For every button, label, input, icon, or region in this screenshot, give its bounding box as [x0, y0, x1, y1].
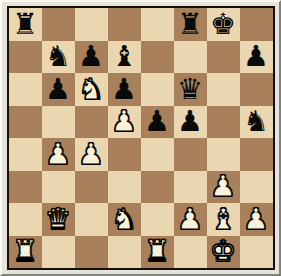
square-h7[interactable]: ♟ — [240, 41, 273, 74]
square-e3[interactable] — [141, 171, 174, 204]
black-pawn-piece: ♟ — [111, 75, 137, 104]
square-a4[interactable] — [9, 138, 42, 171]
square-a1[interactable]: ♜ — [9, 236, 42, 269]
square-h2[interactable]: ♟ — [240, 203, 273, 236]
square-g7[interactable] — [207, 41, 240, 74]
white-queen-piece: ♛ — [45, 205, 71, 234]
white-rook-piece: ♜ — [12, 237, 38, 266]
chess-diagram-frame: ♜♜♚♞♟♝♟♟♞♟♛♟♟♟♞♟♟♟♛♞♟♝♟♜♜♚ — [0, 0, 281, 276]
square-f2[interactable]: ♟ — [174, 203, 207, 236]
white-king-piece: ♚ — [210, 237, 236, 266]
black-rook-piece: ♜ — [12, 10, 38, 39]
square-g8[interactable]: ♚ — [207, 8, 240, 41]
square-f7[interactable] — [174, 41, 207, 74]
black-king-piece: ♚ — [210, 10, 236, 39]
black-pawn-piece: ♟ — [144, 107, 170, 136]
square-d5[interactable]: ♟ — [108, 106, 141, 139]
black-pawn-piece: ♟ — [243, 42, 269, 71]
black-queen-piece: ♛ — [177, 75, 203, 104]
square-h6[interactable] — [240, 73, 273, 106]
board-border: ♜♜♚♞♟♝♟♟♞♟♛♟♟♟♞♟♟♟♛♞♟♝♟♜♜♚ — [7, 6, 275, 270]
white-knight-piece: ♞ — [111, 205, 137, 234]
square-f5[interactable]: ♟ — [174, 106, 207, 139]
square-d7[interactable]: ♝ — [108, 41, 141, 74]
square-b3[interactable] — [42, 171, 75, 204]
square-d6[interactable]: ♟ — [108, 73, 141, 106]
square-f1[interactable] — [174, 236, 207, 269]
square-c4[interactable]: ♟ — [75, 138, 108, 171]
square-g1[interactable]: ♚ — [207, 236, 240, 269]
square-a2[interactable] — [9, 203, 42, 236]
square-c8[interactable] — [75, 8, 108, 41]
square-b2[interactable]: ♛ — [42, 203, 75, 236]
square-c6[interactable]: ♞ — [75, 73, 108, 106]
square-d4[interactable] — [108, 138, 141, 171]
square-d1[interactable] — [108, 236, 141, 269]
square-f8[interactable]: ♜ — [174, 8, 207, 41]
square-a6[interactable] — [9, 73, 42, 106]
square-a3[interactable] — [9, 171, 42, 204]
square-h1[interactable] — [240, 236, 273, 269]
square-b5[interactable] — [42, 106, 75, 139]
white-pawn-piece: ♟ — [177, 205, 203, 234]
square-c1[interactable] — [75, 236, 108, 269]
square-b6[interactable]: ♟ — [42, 73, 75, 106]
black-pawn-piece: ♟ — [177, 107, 203, 136]
black-pawn-piece: ♟ — [45, 75, 71, 104]
square-e4[interactable] — [141, 138, 174, 171]
square-b7[interactable]: ♞ — [42, 41, 75, 74]
square-c5[interactable] — [75, 106, 108, 139]
square-g5[interactable] — [207, 106, 240, 139]
square-a7[interactable] — [9, 41, 42, 74]
square-c7[interactable]: ♟ — [75, 41, 108, 74]
square-g3[interactable]: ♟ — [207, 171, 240, 204]
white-pawn-piece: ♟ — [243, 205, 269, 234]
square-a5[interactable] — [9, 106, 42, 139]
square-e5[interactable]: ♟ — [141, 106, 174, 139]
square-b4[interactable]: ♟ — [42, 138, 75, 171]
white-bishop-piece: ♝ — [210, 205, 236, 234]
white-pawn-piece: ♟ — [111, 107, 137, 136]
square-b8[interactable] — [42, 8, 75, 41]
black-bishop-piece: ♝ — [111, 42, 137, 71]
square-d8[interactable] — [108, 8, 141, 41]
square-g6[interactable] — [207, 73, 240, 106]
white-pawn-piece: ♟ — [78, 140, 104, 169]
square-h8[interactable] — [240, 8, 273, 41]
square-e1[interactable]: ♜ — [141, 236, 174, 269]
chess-board: ♜♜♚♞♟♝♟♟♞♟♛♟♟♟♞♟♟♟♛♞♟♝♟♜♜♚ — [9, 8, 273, 268]
white-pawn-piece: ♟ — [45, 140, 71, 169]
square-h5[interactable]: ♞ — [240, 106, 273, 139]
square-f6[interactable]: ♛ — [174, 73, 207, 106]
black-rook-piece: ♜ — [177, 10, 203, 39]
white-rook-piece: ♜ — [144, 237, 170, 266]
square-e6[interactable] — [141, 73, 174, 106]
square-f4[interactable] — [174, 138, 207, 171]
square-e2[interactable] — [141, 203, 174, 236]
square-d2[interactable]: ♞ — [108, 203, 141, 236]
square-b1[interactable] — [42, 236, 75, 269]
square-g4[interactable] — [207, 138, 240, 171]
black-pawn-piece: ♟ — [78, 42, 104, 71]
square-h3[interactable] — [240, 171, 273, 204]
square-h4[interactable] — [240, 138, 273, 171]
square-e8[interactable] — [141, 8, 174, 41]
square-f3[interactable] — [174, 171, 207, 204]
white-knight-piece: ♞ — [78, 75, 104, 104]
square-d3[interactable] — [108, 171, 141, 204]
square-a8[interactable]: ♜ — [9, 8, 42, 41]
square-c3[interactable] — [75, 171, 108, 204]
square-e7[interactable] — [141, 41, 174, 74]
white-pawn-piece: ♟ — [210, 172, 236, 201]
square-g2[interactable]: ♝ — [207, 203, 240, 236]
square-c2[interactable] — [75, 203, 108, 236]
black-knight-piece: ♞ — [243, 107, 269, 136]
black-knight-piece: ♞ — [45, 42, 71, 71]
